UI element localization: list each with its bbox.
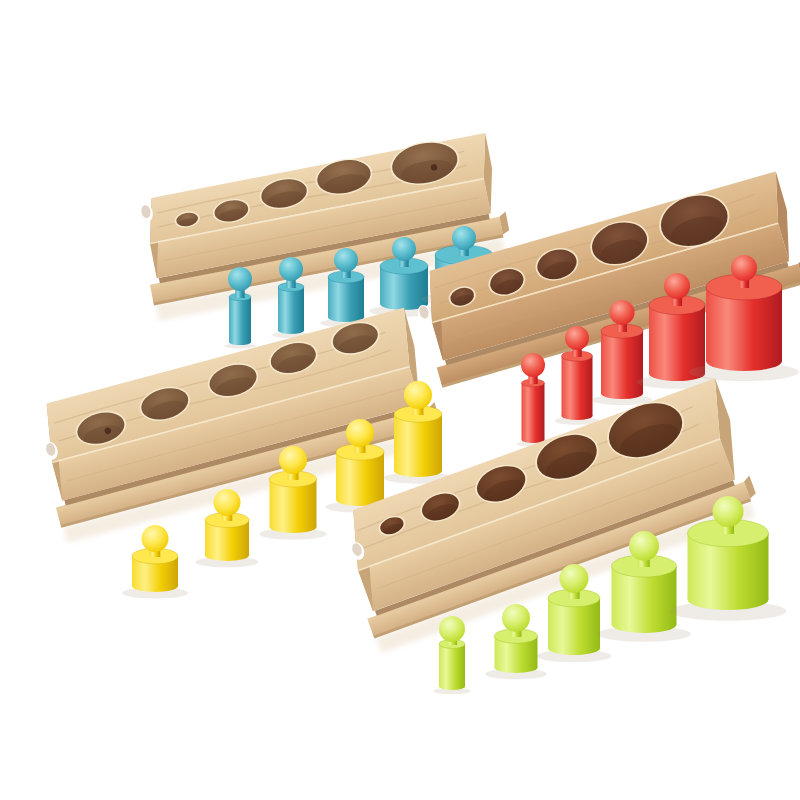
knob-ball (279, 257, 303, 281)
knob-ball (228, 267, 252, 291)
cylinder-body (229, 297, 251, 342)
knob-ball (502, 604, 530, 632)
scene-root (29, 129, 800, 694)
knob-ball (392, 237, 416, 261)
knob-ball (279, 446, 307, 474)
cylinder-body-bottom (132, 580, 178, 592)
knob-ball (629, 531, 659, 561)
cylinder-body-bottom (612, 616, 677, 633)
cylinder-body-bottom (495, 662, 538, 673)
cylinder-body-bottom (688, 589, 769, 610)
knob-ball (346, 419, 374, 447)
knob-ball (142, 525, 169, 552)
cylinder-body (439, 644, 465, 687)
knob-ball (214, 489, 241, 516)
knob-ball (439, 616, 465, 642)
knob-ball (334, 248, 358, 272)
cylinder-body (649, 305, 705, 374)
knob-ball (565, 326, 589, 350)
cylinder-body-bottom (278, 327, 304, 334)
knob-ball (560, 564, 589, 593)
cylinder-body (601, 331, 643, 394)
cylinder-body-bottom (548, 641, 600, 655)
knob-ball (452, 226, 476, 250)
cylinder-body-bottom (270, 521, 317, 533)
cylinder-body-bottom (439, 683, 465, 690)
knob-ball (731, 255, 757, 281)
cylinder-body-bottom (205, 550, 249, 561)
yellow-cylinder-1 (122, 525, 188, 599)
knob-ball (610, 300, 635, 325)
cylinder-body-bottom (562, 412, 593, 420)
knob-ball (713, 496, 744, 527)
knob-ball (404, 381, 432, 409)
cylinder-body (522, 383, 545, 440)
blue-cylinder-1 (224, 267, 256, 349)
cylinder-body-bottom (601, 388, 643, 399)
green-cylinder-2 (485, 604, 547, 679)
red-cylinder-1 (516, 353, 549, 447)
cylinder-body-bottom (394, 465, 442, 477)
cylinder-body-bottom (229, 339, 251, 345)
knob-ball (664, 273, 690, 299)
product-photo: Montessori knobbed cylinder socket block… (0, 0, 800, 800)
knob-ball (521, 353, 545, 377)
cylinder-body-bottom (706, 351, 782, 371)
cylinder-body (562, 356, 593, 416)
cylinder-blocks-scene (0, 0, 800, 800)
cylinder-body (278, 287, 304, 331)
